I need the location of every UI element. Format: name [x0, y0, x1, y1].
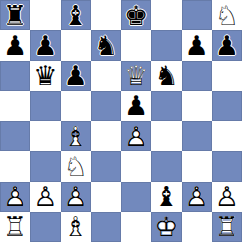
- piece-outline-glyph: ♙: [64, 183, 88, 210]
- piece-fill-glyph: ♚: [124, 2, 148, 29]
- piece-fill-glyph: ♚: [154, 213, 178, 240]
- square-a1[interactable]: ♜♖: [0, 212, 30, 242]
- black-king[interactable]: ♚: [121, 0, 151, 30]
- chess-board: ♜♝♚♞♘♟♟♞♟♟♛♟♛♕♞♟♝♗♟♙♞♘♟♙♟♙♟♙♝♟♙♟♙♜♖♝♗♚♔♜…: [0, 0, 242, 242]
- square-e6[interactable]: ♛♕: [121, 61, 151, 91]
- piece-outline-glyph: ♗: [64, 123, 88, 150]
- piece-outline-glyph: ♘: [64, 153, 88, 180]
- piece-outline-glyph: ♘: [215, 2, 239, 29]
- piece-fill-glyph: ♜: [3, 213, 27, 240]
- piece-outline-glyph: ♙: [3, 183, 27, 210]
- piece-fill-glyph: ♟: [124, 123, 148, 150]
- piece-fill-glyph: ♜: [3, 2, 27, 29]
- piece-fill-glyph: ♝: [64, 213, 88, 240]
- square-b7[interactable]: ♟: [30, 30, 60, 60]
- piece-fill-glyph: ♟: [64, 183, 88, 210]
- piece-fill-glyph: ♟: [33, 183, 57, 210]
- square-d8[interactable]: [91, 0, 121, 30]
- square-d3[interactable]: [91, 151, 121, 181]
- white-queen[interactable]: ♛♕: [121, 61, 151, 91]
- white-bishop[interactable]: ♝♗: [61, 212, 91, 242]
- square-g8[interactable]: [182, 0, 212, 30]
- square-f7[interactable]: [151, 30, 181, 60]
- piece-fill-glyph: ♛: [33, 62, 57, 89]
- black-pawn[interactable]: ♟: [121, 91, 151, 121]
- square-e7[interactable]: [121, 30, 151, 60]
- piece-fill-glyph: ♟: [124, 92, 148, 119]
- piece-fill-glyph: ♛: [124, 62, 148, 89]
- piece-outline-glyph: ♙: [185, 183, 209, 210]
- square-h8[interactable]: ♞♘: [212, 0, 242, 30]
- square-g4[interactable]: [182, 121, 212, 151]
- square-h3[interactable]: [212, 151, 242, 181]
- square-g5[interactable]: [182, 91, 212, 121]
- piece-outline-glyph: ♙: [215, 183, 239, 210]
- piece-outline-glyph: ♔: [154, 213, 178, 240]
- white-pawn[interactable]: ♟♙: [61, 182, 91, 212]
- square-f3[interactable]: [151, 151, 181, 181]
- square-a8[interactable]: ♜: [0, 0, 30, 30]
- square-e8[interactable]: ♚: [121, 0, 151, 30]
- square-e2[interactable]: [121, 182, 151, 212]
- square-d4[interactable]: [91, 121, 121, 151]
- piece-outline-glyph: ♙: [124, 123, 148, 150]
- piece-fill-glyph: ♟: [64, 62, 88, 89]
- square-b3[interactable]: [30, 151, 60, 181]
- square-g3[interactable]: [182, 151, 212, 181]
- square-f1[interactable]: ♚♔: [151, 212, 181, 242]
- square-b1[interactable]: [30, 212, 60, 242]
- piece-fill-glyph: ♞: [215, 2, 239, 29]
- white-pawn[interactable]: ♟♙: [212, 182, 242, 212]
- square-b4[interactable]: [30, 121, 60, 151]
- white-rook[interactable]: ♜♖: [212, 212, 242, 242]
- black-knight[interactable]: ♞: [91, 30, 121, 60]
- square-a4[interactable]: [0, 121, 30, 151]
- square-c2[interactable]: ♟♙: [61, 182, 91, 212]
- square-c6[interactable]: ♟: [61, 61, 91, 91]
- black-rook[interactable]: ♜: [0, 0, 30, 30]
- square-d1[interactable]: [91, 212, 121, 242]
- square-d5[interactable]: [91, 91, 121, 121]
- square-b8[interactable]: [30, 0, 60, 30]
- square-f4[interactable]: [151, 121, 181, 151]
- piece-fill-glyph: ♟: [3, 183, 27, 210]
- black-pawn[interactable]: ♟: [30, 30, 60, 60]
- square-d6[interactable]: [91, 61, 121, 91]
- black-pawn[interactable]: ♟: [182, 30, 212, 60]
- square-h1[interactable]: ♜♖: [212, 212, 242, 242]
- square-h6[interactable]: [212, 61, 242, 91]
- white-rook[interactable]: ♜♖: [0, 212, 30, 242]
- square-b2[interactable]: ♟♙: [30, 182, 60, 212]
- square-g2[interactable]: ♟♙: [182, 182, 212, 212]
- piece-outline-glyph: ♖: [215, 213, 239, 240]
- black-queen[interactable]: ♛: [30, 61, 60, 91]
- square-h7[interactable]: ♟: [212, 30, 242, 60]
- white-pawn[interactable]: ♟♙: [30, 182, 60, 212]
- square-c4[interactable]: ♝♗: [61, 121, 91, 151]
- white-knight[interactable]: ♞♘: [61, 151, 91, 181]
- square-h4[interactable]: [212, 121, 242, 151]
- square-e3[interactable]: [121, 151, 151, 181]
- piece-outline-glyph: ♖: [3, 213, 27, 240]
- piece-fill-glyph: ♝: [64, 123, 88, 150]
- square-c7[interactable]: [61, 30, 91, 60]
- square-a7[interactable]: ♟: [0, 30, 30, 60]
- square-d2[interactable]: [91, 182, 121, 212]
- white-pawn[interactable]: ♟♙: [121, 121, 151, 151]
- square-b5[interactable]: [30, 91, 60, 121]
- square-c1[interactable]: ♝♗: [61, 212, 91, 242]
- square-e1[interactable]: [121, 212, 151, 242]
- white-knight[interactable]: ♞♘: [212, 0, 242, 30]
- piece-fill-glyph: ♟: [215, 183, 239, 210]
- piece-fill-glyph: ♟: [33, 32, 57, 59]
- square-g1[interactable]: [182, 212, 212, 242]
- piece-fill-glyph: ♟: [185, 32, 209, 59]
- piece-fill-glyph: ♜: [215, 213, 239, 240]
- piece-fill-glyph: ♞: [154, 62, 178, 89]
- piece-fill-glyph: ♟: [185, 183, 209, 210]
- square-g7[interactable]: ♟: [182, 30, 212, 60]
- square-d7[interactable]: ♞: [91, 30, 121, 60]
- square-e5[interactable]: ♟: [121, 91, 151, 121]
- square-c3[interactable]: ♞♘: [61, 151, 91, 181]
- white-bishop[interactable]: ♝♗: [61, 121, 91, 151]
- square-e4[interactable]: ♟♙: [121, 121, 151, 151]
- black-pawn[interactable]: ♟: [0, 30, 30, 60]
- black-bishop[interactable]: ♝: [61, 0, 91, 30]
- black-bishop[interactable]: ♝: [151, 182, 181, 212]
- white-king[interactable]: ♚♔: [151, 212, 181, 242]
- square-f6[interactable]: ♞: [151, 61, 181, 91]
- black-knight[interactable]: ♞: [151, 61, 181, 91]
- black-pawn[interactable]: ♟: [61, 61, 91, 91]
- piece-fill-glyph: ♝: [154, 183, 178, 210]
- square-c5[interactable]: [61, 91, 91, 121]
- square-c8[interactable]: ♝: [61, 0, 91, 30]
- square-h2[interactable]: ♟♙: [212, 182, 242, 212]
- piece-fill-glyph: ♞: [94, 32, 118, 59]
- black-pawn[interactable]: ♟: [212, 30, 242, 60]
- square-b6[interactable]: ♛: [30, 61, 60, 91]
- piece-outline-glyph: ♙: [33, 183, 57, 210]
- square-f8[interactable]: [151, 0, 181, 30]
- piece-fill-glyph: ♟: [3, 32, 27, 59]
- piece-fill-glyph: ♝: [64, 2, 88, 29]
- square-a3[interactable]: [0, 151, 30, 181]
- square-f5[interactable]: [151, 91, 181, 121]
- square-h5[interactable]: [212, 91, 242, 121]
- square-a5[interactable]: [0, 91, 30, 121]
- square-a2[interactable]: ♟♙: [0, 182, 30, 212]
- white-pawn[interactable]: ♟♙: [0, 182, 30, 212]
- square-g6[interactable]: [182, 61, 212, 91]
- white-pawn[interactable]: ♟♙: [182, 182, 212, 212]
- piece-outline-glyph: ♕: [124, 62, 148, 89]
- piece-outline-glyph: ♗: [64, 213, 88, 240]
- square-f2[interactable]: ♝: [151, 182, 181, 212]
- square-a6[interactable]: [0, 61, 30, 91]
- piece-fill-glyph: ♞: [64, 153, 88, 180]
- piece-fill-glyph: ♟: [215, 32, 239, 59]
